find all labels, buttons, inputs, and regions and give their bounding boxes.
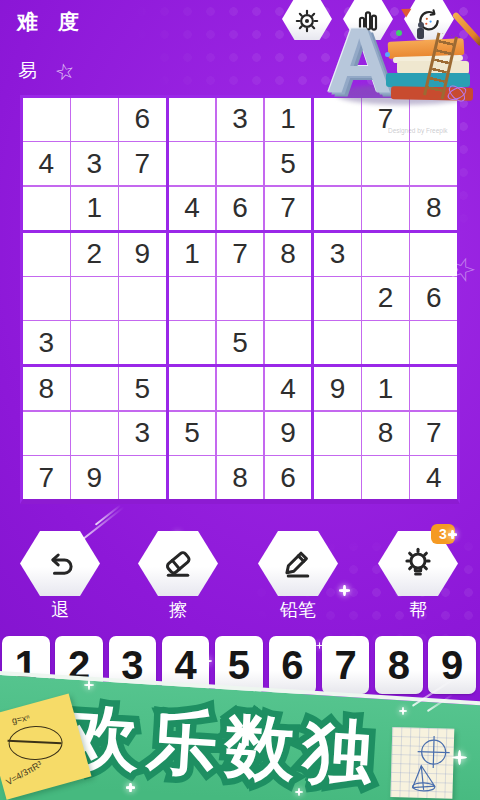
book-pages xyxy=(393,55,463,63)
note-formula-bottom: V=4/3πR³ xyxy=(4,759,43,787)
cell-r4c7[interactable]: 3 xyxy=(314,233,361,276)
cell-r6c1[interactable]: 3 xyxy=(23,321,70,364)
undo-label: 退 xyxy=(20,598,100,622)
illustration-shadow xyxy=(336,84,472,105)
cell-r2c6[interactable]: 5 xyxy=(265,142,312,185)
cell-r5c6[interactable] xyxy=(265,277,312,320)
cell-r9c9[interactable]: 4 xyxy=(410,456,457,499)
cell-r2c2[interactable]: 3 xyxy=(71,142,118,185)
cell-r5c2[interactable] xyxy=(71,277,118,320)
green-dot-decoration xyxy=(396,30,402,36)
cell-r4c1[interactable] xyxy=(23,233,70,276)
box-4: 293 xyxy=(23,233,166,365)
cell-r4c9[interactable] xyxy=(410,233,457,276)
app-screen: 难 度 xyxy=(0,0,480,800)
cell-r6c9[interactable] xyxy=(410,321,457,364)
cell-r9c7[interactable] xyxy=(314,456,361,499)
cell-r8c6[interactable]: 9 xyxy=(265,412,312,455)
cell-r2c9[interactable] xyxy=(410,142,457,185)
cell-r3c9[interactable]: 8 xyxy=(410,187,457,230)
cell-r5c5[interactable] xyxy=(217,277,264,320)
cell-r1c5[interactable]: 3 xyxy=(217,98,264,141)
cell-r2c7[interactable] xyxy=(314,142,361,185)
cell-r8c3[interactable]: 3 xyxy=(119,412,166,455)
cell-r2c3[interactable]: 7 xyxy=(119,142,166,185)
cell-r6c7[interactable] xyxy=(314,321,361,364)
cell-r8c5[interactable] xyxy=(217,412,264,455)
box-3: 78 xyxy=(314,98,457,230)
hint-label: 帮 xyxy=(378,598,458,622)
gear-icon xyxy=(294,8,320,34)
box-7: 85379 xyxy=(23,367,166,499)
cell-r3c2[interactable]: 1 xyxy=(71,187,118,230)
note-formula-top: g=xⁿ xyxy=(11,712,31,725)
difficulty-row: 易 ☆ xyxy=(18,58,75,85)
cell-r1c4[interactable] xyxy=(169,98,216,141)
cell-r7c9[interactable] xyxy=(410,367,457,410)
cell-r5c1[interactable] xyxy=(23,277,70,320)
cell-r5c4[interactable] xyxy=(169,277,216,320)
box-9: 91874 xyxy=(314,367,457,499)
numpad-button-9[interactable]: 9 xyxy=(428,636,476,694)
numpad-button-8[interactable]: 8 xyxy=(375,636,423,694)
difficulty-star-icon: ☆ xyxy=(53,57,78,87)
cell-r7c4[interactable] xyxy=(169,367,216,410)
cell-r6c5[interactable]: 5 xyxy=(217,321,264,364)
cell-r7c8[interactable]: 1 xyxy=(362,367,409,410)
cell-r1c1[interactable] xyxy=(23,98,70,141)
cell-r9c3[interactable] xyxy=(119,456,166,499)
cell-r7c3[interactable]: 5 xyxy=(119,367,166,410)
book-cream xyxy=(397,61,469,74)
cell-r5c7[interactable] xyxy=(314,277,361,320)
cell-r9c5[interactable]: 8 xyxy=(217,456,264,499)
settings-button[interactable] xyxy=(282,0,332,40)
restart-button[interactable] xyxy=(404,0,454,40)
cell-r6c2[interactable] xyxy=(71,321,118,364)
cell-r4c4[interactable]: 1 xyxy=(169,233,216,276)
box-1: 64371 xyxy=(23,98,166,230)
cell-r9c1[interactable]: 7 xyxy=(23,456,70,499)
cell-r3c8[interactable] xyxy=(362,187,409,230)
erase-label: 擦 xyxy=(138,598,218,622)
cell-r9c2[interactable]: 9 xyxy=(71,456,118,499)
cell-r4c8[interactable] xyxy=(362,233,409,276)
hint-bulb-icon xyxy=(400,546,436,582)
cell-r1c6[interactable]: 1 xyxy=(265,98,312,141)
cell-r7c7[interactable]: 9 xyxy=(314,367,361,410)
sudoku-board: 64371315467782931785326853794598691874 xyxy=(20,95,460,504)
cell-r8c1[interactable] xyxy=(23,412,70,455)
cell-r8c9[interactable]: 7 xyxy=(410,412,457,455)
cell-r7c2[interactable] xyxy=(71,367,118,410)
cell-r7c6[interactable]: 4 xyxy=(265,367,312,410)
numpad-button-7[interactable]: 7 xyxy=(322,636,370,694)
cell-r8c4[interactable]: 5 xyxy=(169,412,216,455)
cell-r1c7[interactable] xyxy=(314,98,361,141)
cell-r9c6[interactable]: 6 xyxy=(265,456,312,499)
cell-r4c6[interactable]: 8 xyxy=(265,233,312,276)
cell-r9c8[interactable] xyxy=(362,456,409,499)
cell-r3c6[interactable]: 7 xyxy=(265,187,312,230)
undo-button[interactable] xyxy=(20,531,100,596)
bar-chart-icon xyxy=(355,8,381,34)
cell-r7c1[interactable]: 8 xyxy=(23,367,70,410)
pencil-icon xyxy=(280,546,316,582)
cell-r6c3[interactable] xyxy=(119,321,166,364)
cell-r4c3[interactable]: 9 xyxy=(119,233,166,276)
cell-r4c5[interactable]: 7 xyxy=(217,233,264,276)
cell-r2c1[interactable]: 4 xyxy=(23,142,70,185)
cell-r7c5[interactable] xyxy=(217,367,264,410)
cell-r8c2[interactable] xyxy=(71,412,118,455)
pencil-label: 铅笔 xyxy=(258,598,338,622)
blue-dot-decoration xyxy=(385,52,390,57)
box-6: 326 xyxy=(314,233,457,365)
graph-paper-note xyxy=(390,727,454,799)
erase-button[interactable] xyxy=(138,531,218,596)
stats-button[interactable] xyxy=(343,0,393,40)
cell-r5c9[interactable]: 6 xyxy=(410,277,457,320)
cell-r6c8[interactable] xyxy=(362,321,409,364)
box-5: 1785 xyxy=(169,233,312,365)
cell-r8c7[interactable] xyxy=(314,412,361,455)
cell-r8c8[interactable]: 8 xyxy=(362,412,409,455)
cell-r4c2[interactable]: 2 xyxy=(71,233,118,276)
watermark: Designed by Freepik xyxy=(388,127,448,134)
eraser-icon xyxy=(160,546,196,582)
cell-r2c4[interactable] xyxy=(169,142,216,185)
cell-r1c2[interactable] xyxy=(71,98,118,141)
note-ellipse-sketch xyxy=(8,725,63,760)
cell-r3c5[interactable]: 6 xyxy=(217,187,264,230)
cell-r9c4[interactable] xyxy=(169,456,216,499)
cell-r3c4[interactable]: 4 xyxy=(169,187,216,230)
book-orange xyxy=(388,38,465,59)
box-2: 315467 xyxy=(169,98,312,230)
geometry-sketch xyxy=(390,727,454,799)
cell-r5c3[interactable] xyxy=(119,277,166,320)
hint-count-badge: 3 xyxy=(431,524,455,544)
cell-r3c7[interactable] xyxy=(314,187,361,230)
cell-r1c3[interactable]: 6 xyxy=(119,98,166,141)
numpad-button-6[interactable]: 6 xyxy=(269,636,317,694)
cell-r3c3[interactable] xyxy=(119,187,166,230)
cell-r2c8[interactable] xyxy=(362,142,409,185)
cell-r5c8[interactable]: 2 xyxy=(362,277,409,320)
cell-r6c4[interactable] xyxy=(169,321,216,364)
undo-icon xyxy=(42,546,78,582)
page-title: 难 度 xyxy=(17,8,86,36)
restart-icon xyxy=(416,8,442,34)
difficulty-label: 易 xyxy=(18,60,37,81)
cell-r6c6[interactable] xyxy=(265,321,312,364)
cell-r2c5[interactable] xyxy=(217,142,264,185)
cell-r3c1[interactable] xyxy=(23,187,70,230)
pencil-decoration xyxy=(452,11,480,46)
box-8: 45986 xyxy=(169,367,312,499)
pencil-button[interactable] xyxy=(258,531,338,596)
